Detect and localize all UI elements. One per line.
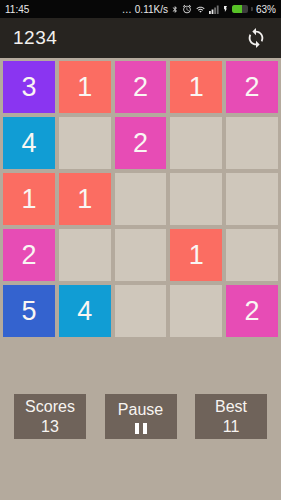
- empty-cell-r5c4[interactable]: [170, 285, 222, 337]
- empty-cell-r4c2[interactable]: [59, 229, 111, 281]
- wifi-icon: [195, 5, 206, 14]
- empty-cell-r3c3[interactable]: [115, 173, 167, 225]
- empty-cell-r3c4[interactable]: [170, 173, 222, 225]
- scores-button[interactable]: Scores 13: [14, 394, 86, 439]
- app-bar: 1234: [0, 18, 281, 58]
- network-speed: 0.11K/s: [135, 4, 168, 15]
- scores-label: Scores: [25, 397, 75, 417]
- refresh-button[interactable]: [243, 25, 269, 51]
- bottom-buttons: Scores 13 Pause Best 11: [0, 394, 281, 439]
- tile-4-r2c1[interactable]: 4: [3, 117, 55, 169]
- best-label: Best: [215, 397, 247, 417]
- tile-1-r1c4[interactable]: 1: [170, 61, 222, 113]
- charging-icon: [222, 4, 229, 14]
- alarm-icon: [182, 4, 192, 14]
- battery-fill: [232, 5, 242, 13]
- pause-button[interactable]: Pause: [105, 394, 177, 439]
- game-board[interactable]: 31212421121542: [0, 58, 281, 340]
- clock: 11:45: [5, 4, 29, 15]
- tile-5-r5c1[interactable]: 5: [3, 285, 55, 337]
- tile-2-r1c3[interactable]: 2: [115, 61, 167, 113]
- battery-icon: [232, 5, 248, 13]
- status-bar: 11:45 … 0.11K/s 63%: [0, 0, 281, 18]
- tile-2-r4c1[interactable]: 2: [3, 229, 55, 281]
- empty-cell-r4c3[interactable]: [115, 229, 167, 281]
- tile-1-r4c4[interactable]: 1: [170, 229, 222, 281]
- best-value: 11: [223, 417, 240, 437]
- battery-cap: [251, 7, 253, 11]
- tile-3-r1c1[interactable]: 3: [3, 61, 55, 113]
- empty-cell-r2c4[interactable]: [170, 117, 222, 169]
- screen: 11:45 … 0.11K/s 63% 1234 31212421121542 …: [0, 0, 281, 500]
- cell-signal-icon: [209, 4, 219, 14]
- empty-cell-r2c5[interactable]: [226, 117, 278, 169]
- empty-cell-r3c5[interactable]: [226, 173, 278, 225]
- tile-2-r5c5[interactable]: 2: [226, 285, 278, 337]
- notification-dots: …: [122, 4, 132, 15]
- empty-cell-r4c5[interactable]: [226, 229, 278, 281]
- tile-2-r1c5[interactable]: 2: [226, 61, 278, 113]
- scores-value: 13: [41, 417, 59, 437]
- empty-cell-r2c2[interactable]: [59, 117, 111, 169]
- pause-label: Pause: [118, 400, 163, 420]
- tile-1-r3c2[interactable]: 1: [59, 173, 111, 225]
- refresh-sync-icon: [245, 27, 267, 49]
- app-title: 1234: [13, 27, 57, 49]
- tile-1-r3c1[interactable]: 1: [3, 173, 55, 225]
- tile-2-r2c3[interactable]: 2: [115, 117, 167, 169]
- bluetooth-icon: [171, 4, 179, 15]
- tile-4-r5c2[interactable]: 4: [59, 285, 111, 337]
- battery-percent: 63%: [256, 4, 276, 15]
- tile-1-r1c2[interactable]: 1: [59, 61, 111, 113]
- empty-cell-r5c3[interactable]: [115, 285, 167, 337]
- pause-icon: [135, 423, 147, 434]
- status-bar-right: … 0.11K/s 63%: [122, 4, 276, 15]
- best-button[interactable]: Best 11: [195, 394, 267, 439]
